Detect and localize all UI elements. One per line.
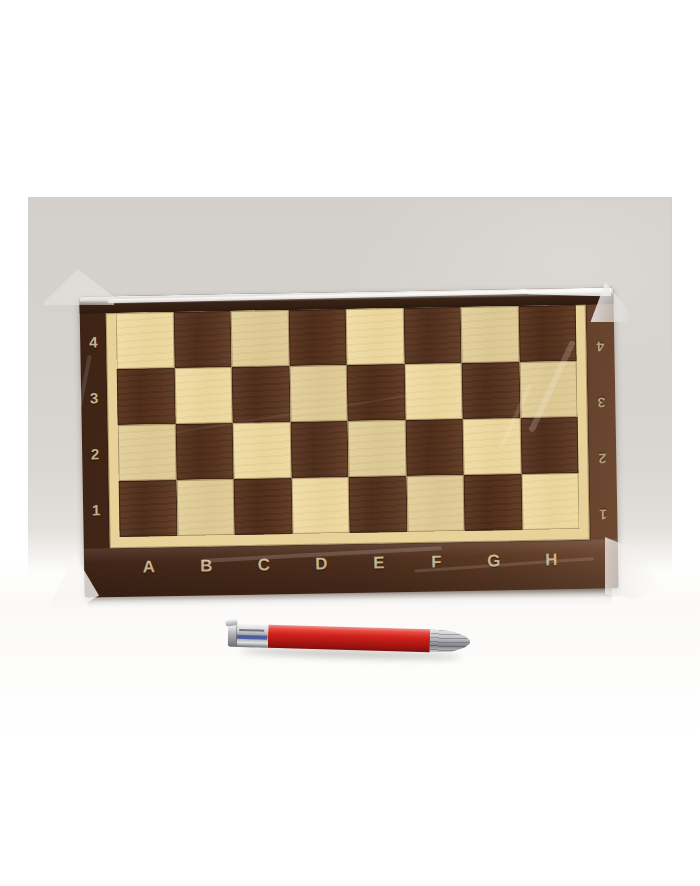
pen-clip-end <box>228 624 269 648</box>
rank-labels-right: 4321 <box>586 318 618 542</box>
square-a4 <box>116 312 174 369</box>
square-f2 <box>405 419 463 476</box>
pen-body <box>268 625 431 653</box>
pen-blue-stripe <box>237 634 267 639</box>
file-label-1: B <box>177 541 235 591</box>
rank-label-right-2: 2 <box>588 430 617 486</box>
plastic-highlight <box>519 287 611 298</box>
square-h2 <box>520 417 578 474</box>
file-label-5: F <box>407 537 465 587</box>
table-surface <box>0 560 700 886</box>
file-label-0: A <box>120 542 178 592</box>
square-f4 <box>403 307 461 364</box>
square-b1 <box>176 479 234 536</box>
square-b3 <box>174 367 232 424</box>
rank-label-left-2: 2 <box>82 425 109 481</box>
square-g3 <box>462 362 520 419</box>
square-e2 <box>348 420 406 477</box>
file-label-7: H <box>522 535 580 585</box>
square-d4 <box>288 309 346 366</box>
rank-label-left-1: 3 <box>81 369 108 425</box>
square-d2 <box>290 421 348 478</box>
square-b4 <box>173 311 231 368</box>
rank-label-left-0: 4 <box>80 313 107 369</box>
square-a2 <box>118 424 176 481</box>
square-f1 <box>406 475 464 532</box>
checkerboard <box>116 305 580 537</box>
pen-clip-slot <box>239 629 264 632</box>
file-label-4: E <box>350 538 408 588</box>
square-f3 <box>404 363 462 420</box>
folded-chessboard: 4321 4321 ABCDEFGH <box>79 287 618 597</box>
pen-clip-hook <box>225 619 238 626</box>
square-c1 <box>234 478 292 535</box>
square-d1 <box>291 477 349 534</box>
square-a1 <box>119 480 177 537</box>
square-a3 <box>117 368 175 425</box>
square-c2 <box>233 422 291 479</box>
square-b2 <box>175 423 233 480</box>
square-d3 <box>289 365 347 422</box>
square-c4 <box>231 310 289 367</box>
rank-label-right-3: 1 <box>589 486 618 542</box>
square-c3 <box>232 366 290 423</box>
file-labels: ABCDEFGH <box>120 540 581 597</box>
square-h4 <box>518 305 576 362</box>
square-h3 <box>519 361 577 418</box>
square-e4 <box>346 308 404 365</box>
square-h1 <box>521 473 579 530</box>
square-e1 <box>349 476 407 533</box>
rank-label-right-1: 3 <box>587 374 616 430</box>
pen-tip <box>430 629 471 653</box>
file-label-6: G <box>465 536 523 586</box>
rank-label-right-0: 4 <box>586 318 615 374</box>
square-e3 <box>347 364 405 421</box>
rank-labels-left: 4321 <box>80 313 110 537</box>
square-g1 <box>464 474 522 531</box>
rank-label-left-3: 1 <box>83 481 110 537</box>
file-label-3: D <box>292 539 350 589</box>
square-g4 <box>461 306 519 363</box>
file-label-2: C <box>235 540 293 590</box>
square-g2 <box>463 418 521 475</box>
